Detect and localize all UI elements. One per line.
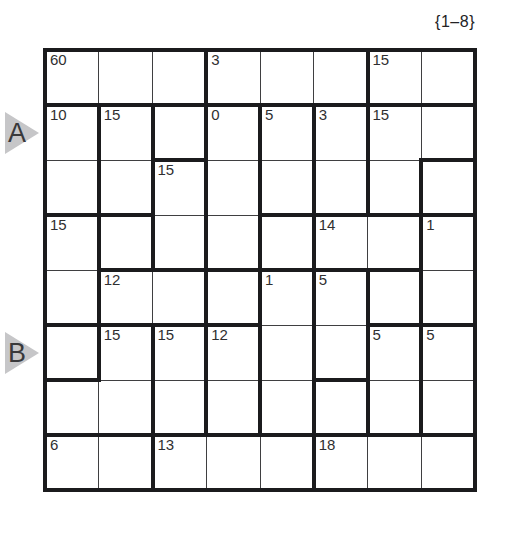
cell-r7c7[interactable] xyxy=(368,380,422,435)
cage-border-v xyxy=(97,103,101,162)
cage-border-h xyxy=(366,268,424,272)
cell-r3c1[interactable] xyxy=(45,160,99,215)
cage-border-v xyxy=(312,323,316,382)
cell-r8c3[interactable]: 13 xyxy=(153,435,207,490)
cage-clue: 15 xyxy=(373,52,390,69)
cage-clue: 12 xyxy=(211,327,228,344)
cell-r5c1[interactable] xyxy=(45,270,99,325)
cage-border-h xyxy=(43,433,101,437)
cage-border-v xyxy=(312,433,316,492)
grid-line-v xyxy=(98,380,99,435)
cell-r4c6[interactable]: 14 xyxy=(314,215,368,270)
cell-r8c2[interactable] xyxy=(99,435,153,490)
cell-r5c5[interactable]: 1 xyxy=(260,270,314,325)
cage-border-h xyxy=(97,488,155,492)
cage-clue: 15 xyxy=(373,107,390,124)
cage-border-h xyxy=(258,268,316,272)
cage-border-h xyxy=(43,103,101,107)
cage-clue: 0 xyxy=(211,107,219,124)
cell-r5c7[interactable] xyxy=(368,270,422,325)
row-marker-label: A xyxy=(8,117,26,148)
row-marker-b: B xyxy=(5,331,45,375)
cage-clue: 15 xyxy=(104,327,121,344)
cell-r3c5[interactable] xyxy=(260,160,314,215)
cage-border-h xyxy=(312,488,370,492)
cage-border-v xyxy=(43,158,47,217)
grid-line-h xyxy=(314,160,368,161)
cage-border-v xyxy=(473,378,477,437)
cage-border-h xyxy=(204,48,262,52)
cage-border-h xyxy=(312,268,370,272)
cage-border-h xyxy=(258,213,316,217)
grid-line-v xyxy=(152,270,153,325)
cage-border-v xyxy=(366,158,370,217)
cage-border-v xyxy=(473,213,477,272)
grid-line-v xyxy=(313,50,314,105)
cell-r6c4[interactable]: 12 xyxy=(206,325,260,380)
cage-border-h xyxy=(151,488,209,492)
grid-line-v xyxy=(421,50,422,105)
cage-clue: 12 xyxy=(104,272,121,289)
cage-border-v xyxy=(419,213,423,272)
cage-border-v xyxy=(97,268,101,327)
cell-r7c6[interactable] xyxy=(314,380,368,435)
cage-clue: 15 xyxy=(104,107,121,124)
cage-border-h xyxy=(43,48,101,52)
cell-r4c4[interactable] xyxy=(206,215,260,270)
cage-clue: 1 xyxy=(265,272,273,289)
cage-clue: 1 xyxy=(426,217,434,234)
cell-r4c2[interactable] xyxy=(99,215,153,270)
cage-border-h xyxy=(151,48,209,52)
cell-r1c2[interactable] xyxy=(99,50,153,105)
cage-border-v xyxy=(151,158,155,217)
cage-border-h xyxy=(366,323,424,327)
cell-r8c6[interactable]: 18 xyxy=(314,435,368,490)
cell-r7c3[interactable] xyxy=(153,380,207,435)
cage-border-v xyxy=(419,158,423,217)
cell-r4c8[interactable]: 1 xyxy=(421,215,475,270)
cage-clue: 5 xyxy=(426,327,434,344)
grid-line-h xyxy=(421,270,475,271)
cage-border-h xyxy=(151,323,209,327)
cage-border-h xyxy=(151,433,209,437)
cage-border-v xyxy=(43,378,47,437)
cell-r5c6[interactable]: 5 xyxy=(314,270,368,325)
grid-line-h xyxy=(206,380,260,381)
cage-border-v xyxy=(97,213,101,272)
cage-clue: 14 xyxy=(319,217,336,234)
cage-border-v xyxy=(43,433,47,492)
cage-border-h xyxy=(43,323,101,327)
cell-r2c5[interactable]: 5 xyxy=(260,105,314,160)
cage-border-h xyxy=(43,488,101,492)
cage-clue: 6 xyxy=(50,437,58,454)
cell-r2c8[interactable] xyxy=(421,105,475,160)
grid-line-h xyxy=(206,160,260,161)
cell-r1c8[interactable] xyxy=(421,50,475,105)
cage-border-h xyxy=(366,433,424,437)
cage-border-h xyxy=(97,48,155,52)
cell-r7c5[interactable] xyxy=(260,380,314,435)
grid-line-h xyxy=(314,325,368,326)
cage-border-h xyxy=(43,213,101,217)
cage-border-v xyxy=(473,103,477,162)
cage-border-v xyxy=(151,378,155,437)
grid-line-v xyxy=(367,215,368,270)
cage-border-h xyxy=(151,268,209,272)
cage-border-h xyxy=(419,323,477,327)
grid-line-h xyxy=(206,215,260,216)
cell-r7c2[interactable] xyxy=(99,380,153,435)
cage-border-v xyxy=(258,323,262,382)
cage-border-v xyxy=(419,323,423,382)
cage-border-h xyxy=(97,323,155,327)
cage-border-v xyxy=(204,103,208,162)
cell-r1c5[interactable] xyxy=(260,50,314,105)
cell-r1c1[interactable]: 60 xyxy=(45,50,99,105)
cell-r8c4[interactable] xyxy=(206,435,260,490)
cage-border-v xyxy=(473,323,477,382)
grid-line-v xyxy=(260,50,261,105)
cage-border-h xyxy=(419,48,477,52)
puzzle-grid: 60315101505315151514112151515125561318 xyxy=(45,50,475,490)
cage-border-h xyxy=(204,323,262,327)
cage-border-v xyxy=(258,103,262,162)
cage-border-v xyxy=(366,103,370,162)
cage-border-v xyxy=(151,433,155,492)
cage-border-v xyxy=(97,158,101,217)
grid-line-h xyxy=(45,270,99,271)
grid-line-h xyxy=(260,325,314,326)
cell-r6c6[interactable] xyxy=(314,325,368,380)
cage-border-h xyxy=(312,48,370,52)
cage-border-v xyxy=(204,158,208,217)
cage-border-v xyxy=(419,268,423,327)
cell-r6c2[interactable]: 15 xyxy=(99,325,153,380)
cell-r5c4[interactable] xyxy=(206,270,260,325)
cage-border-h xyxy=(204,268,262,272)
cage-border-v xyxy=(312,378,316,437)
cell-r5c2[interactable]: 12 xyxy=(99,270,153,325)
cage-border-h xyxy=(204,433,262,437)
cage-border-v xyxy=(97,323,101,382)
cage-border-h xyxy=(204,488,262,492)
cage-border-v xyxy=(312,268,316,327)
cage-border-v xyxy=(312,103,316,162)
cell-r7c1[interactable] xyxy=(45,380,99,435)
cage-border-h xyxy=(258,103,316,107)
cage-border-v xyxy=(43,213,47,272)
cage-border-h xyxy=(419,433,477,437)
grid-line-v xyxy=(98,50,99,105)
cell-r3c4[interactable] xyxy=(206,160,260,215)
cage-border-h xyxy=(258,48,316,52)
cage-border-v xyxy=(204,378,208,437)
cage-border-v xyxy=(43,323,47,382)
cage-border-h xyxy=(43,378,101,382)
cell-r8c1[interactable]: 6 xyxy=(45,435,99,490)
cage-border-h xyxy=(151,103,209,107)
cage-border-h xyxy=(419,158,477,162)
cell-r2c1[interactable]: 10 xyxy=(45,105,99,160)
cage-border-h xyxy=(312,433,370,437)
cell-r4c5[interactable] xyxy=(260,215,314,270)
cell-r6c3[interactable]: 15 xyxy=(153,325,207,380)
cell-r2c7[interactable]: 15 xyxy=(368,105,422,160)
cell-r3c2[interactable] xyxy=(99,160,153,215)
cell-r7c8[interactable] xyxy=(421,380,475,435)
cage-clue: 10 xyxy=(50,107,67,124)
grid-line-h xyxy=(260,380,314,381)
cage-border-v xyxy=(473,158,477,217)
grid-line-h xyxy=(260,160,314,161)
cell-r1c4[interactable]: 3 xyxy=(206,50,260,105)
cell-r3c8[interactable] xyxy=(421,160,475,215)
cage-clue: 5 xyxy=(265,107,273,124)
puzzle-page: {1–8} 6031510150531515151411215151512556… xyxy=(0,0,514,543)
cell-r3c6[interactable] xyxy=(314,160,368,215)
cage-border-v xyxy=(419,378,423,437)
cell-r7c4[interactable] xyxy=(206,380,260,435)
cage-border-h xyxy=(366,488,424,492)
cage-border-v xyxy=(366,48,370,107)
grid-line-h xyxy=(421,380,475,381)
cage-border-v xyxy=(43,103,47,162)
cage-clue: 5 xyxy=(373,327,381,344)
grid-line-v xyxy=(421,435,422,490)
cell-r4c3[interactable] xyxy=(153,215,207,270)
cell-r3c3[interactable]: 15 xyxy=(153,160,207,215)
cell-r4c1[interactable]: 15 xyxy=(45,215,99,270)
cell-r8c8[interactable] xyxy=(421,435,475,490)
cage-clue: 15 xyxy=(50,217,67,234)
grid-line-v xyxy=(421,105,422,160)
cage-border-h xyxy=(419,488,477,492)
cage-border-v xyxy=(258,268,262,327)
cage-border-v xyxy=(258,213,262,272)
cage-border-v xyxy=(366,323,370,382)
cage-border-v xyxy=(312,158,316,217)
grid-line-v xyxy=(206,435,207,490)
cage-border-v xyxy=(43,268,47,327)
cage-border-v xyxy=(151,103,155,162)
cell-r2c3[interactable] xyxy=(153,105,207,160)
cell-r3c7[interactable] xyxy=(368,160,422,215)
cage-border-h xyxy=(312,378,370,382)
grid-line-h xyxy=(45,160,99,161)
cage-border-h xyxy=(97,213,155,217)
cage-border-h xyxy=(258,488,316,492)
cell-r6c8[interactable]: 5 xyxy=(421,325,475,380)
cage-border-v xyxy=(151,323,155,382)
cage-border-v xyxy=(204,48,208,107)
cell-r1c7[interactable]: 15 xyxy=(368,50,422,105)
cage-clue: 5 xyxy=(319,272,327,289)
row-marker-label: B xyxy=(8,337,26,368)
cell-r6c1[interactable] xyxy=(45,325,99,380)
cage-border-h xyxy=(97,268,155,272)
cell-r5c3[interactable] xyxy=(153,270,207,325)
digit-range-label: {1–8} xyxy=(435,13,475,31)
cage-border-h xyxy=(312,213,370,217)
cell-r5c8[interactable] xyxy=(421,270,475,325)
cell-r1c3[interactable] xyxy=(153,50,207,105)
cage-border-h xyxy=(151,158,209,162)
cell-r2c6[interactable]: 3 xyxy=(314,105,368,160)
cage-border-v xyxy=(43,48,47,107)
cage-border-v xyxy=(258,158,262,217)
row-marker-a: A xyxy=(5,111,45,155)
grid-line-h xyxy=(99,160,153,161)
grid-line-v xyxy=(260,435,261,490)
cage-clue: 3 xyxy=(319,107,327,124)
grid-line-v xyxy=(98,435,99,490)
grid-line-v xyxy=(152,50,153,105)
cage-border-h xyxy=(204,103,262,107)
cage-border-h xyxy=(419,103,477,107)
grid-line-v xyxy=(367,435,368,490)
cell-r2c2[interactable]: 15 xyxy=(99,105,153,160)
cell-r1c6[interactable] xyxy=(314,50,368,105)
cage-border-h xyxy=(97,103,155,107)
cell-r8c7[interactable] xyxy=(368,435,422,490)
cell-r8c5[interactable] xyxy=(260,435,314,490)
grid-line-h xyxy=(153,215,207,216)
grid-line-h xyxy=(368,160,422,161)
cage-border-h xyxy=(366,48,424,52)
cage-border-v xyxy=(473,433,477,492)
cell-r6c7[interactable]: 5 xyxy=(368,325,422,380)
grid-line-h xyxy=(99,380,153,381)
cage-clue: 3 xyxy=(211,52,219,69)
cage-border-h xyxy=(366,103,424,107)
cage-border-v xyxy=(258,378,262,437)
cage-border-v xyxy=(366,378,370,437)
cell-r6c5[interactable] xyxy=(260,325,314,380)
cage-border-v xyxy=(204,323,208,382)
cage-border-v xyxy=(204,268,208,327)
cage-border-h xyxy=(366,213,424,217)
cage-clue: 15 xyxy=(158,162,175,179)
cage-border-v xyxy=(473,48,477,107)
cage-border-v xyxy=(473,268,477,327)
cage-border-h xyxy=(419,213,477,217)
cage-border-h xyxy=(258,433,316,437)
cage-border-v xyxy=(366,268,370,327)
grid-line-h xyxy=(368,380,422,381)
cage-border-v xyxy=(204,213,208,272)
cage-border-h xyxy=(97,433,155,437)
cage-clue: 18 xyxy=(319,437,336,454)
cage-clue: 60 xyxy=(50,52,67,69)
grid-line-h xyxy=(153,380,207,381)
cell-r4c7[interactable] xyxy=(368,215,422,270)
cell-r2c4[interactable]: 0 xyxy=(206,105,260,160)
cage-border-h xyxy=(312,103,370,107)
cage-clue: 13 xyxy=(158,437,175,454)
cage-border-v xyxy=(151,213,155,272)
cage-border-v xyxy=(312,213,316,272)
cage-clue: 15 xyxy=(158,327,175,344)
